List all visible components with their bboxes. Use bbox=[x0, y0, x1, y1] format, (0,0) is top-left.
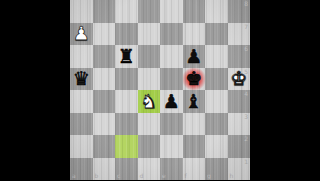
square-f1[interactable]: f bbox=[183, 158, 206, 181]
square-a6[interactable] bbox=[70, 45, 93, 68]
square-g8[interactable] bbox=[205, 0, 228, 23]
rank-label-1: 1 bbox=[244, 159, 248, 165]
square-c8[interactable] bbox=[115, 0, 138, 23]
square-b4[interactable] bbox=[93, 90, 116, 113]
square-f7[interactable] bbox=[183, 23, 206, 46]
square-d8[interactable] bbox=[138, 0, 161, 23]
square-g6[interactable] bbox=[205, 45, 228, 68]
file-label-g: g bbox=[207, 173, 211, 179]
piece-black-king[interactable]: ♚ bbox=[185, 69, 202, 88]
file-label-b: b bbox=[95, 173, 99, 179]
square-f5[interactable]: ♚ bbox=[183, 68, 206, 91]
letterbox-left bbox=[0, 0, 70, 180]
square-g5[interactable] bbox=[205, 68, 228, 91]
file-label-f: f bbox=[185, 173, 187, 179]
file-label-h: h bbox=[230, 173, 234, 179]
square-e5[interactable] bbox=[160, 68, 183, 91]
square-c4[interactable] bbox=[115, 90, 138, 113]
square-b8[interactable] bbox=[93, 0, 116, 23]
square-d3[interactable] bbox=[138, 113, 161, 136]
rank-label-8: 8 bbox=[244, 1, 248, 7]
rank-label-2: 2 bbox=[244, 136, 248, 142]
square-f4[interactable]: ♝ bbox=[183, 90, 206, 113]
square-g3[interactable] bbox=[205, 113, 228, 136]
square-f8[interactable] bbox=[183, 0, 206, 23]
square-c1[interactable]: c bbox=[115, 158, 138, 181]
square-g7[interactable] bbox=[205, 23, 228, 46]
square-g1[interactable]: g bbox=[205, 158, 228, 181]
square-c5[interactable] bbox=[115, 68, 138, 91]
piece-white-knight[interactable]: ♞ bbox=[140, 92, 157, 111]
square-a3[interactable] bbox=[70, 113, 93, 136]
square-h4[interactable]: 4 bbox=[228, 90, 251, 113]
square-b1[interactable]: b bbox=[93, 158, 116, 181]
square-e2[interactable] bbox=[160, 135, 183, 158]
square-h7[interactable]: 7 bbox=[228, 23, 251, 46]
square-g4[interactable] bbox=[205, 90, 228, 113]
piece-black-rook[interactable]: ♜ bbox=[118, 47, 135, 66]
square-b7[interactable] bbox=[93, 23, 116, 46]
square-a7[interactable]: ♟ bbox=[70, 23, 93, 46]
square-e4[interactable]: ♟ bbox=[160, 90, 183, 113]
square-c2[interactable] bbox=[115, 135, 138, 158]
square-d4[interactable]: ♞ bbox=[138, 90, 161, 113]
piece-white-king[interactable]: ♚ bbox=[230, 69, 247, 88]
square-a5[interactable]: ♛ bbox=[70, 68, 93, 91]
square-h8[interactable]: 8 bbox=[228, 0, 251, 23]
square-b6[interactable] bbox=[93, 45, 116, 68]
square-d2[interactable] bbox=[138, 135, 161, 158]
piece-black-queen[interactable]: ♛ bbox=[73, 69, 90, 88]
square-b3[interactable] bbox=[93, 113, 116, 136]
square-g2[interactable] bbox=[205, 135, 228, 158]
square-e1[interactable]: e bbox=[160, 158, 183, 181]
square-a4[interactable] bbox=[70, 90, 93, 113]
square-d6[interactable] bbox=[138, 45, 161, 68]
rank-label-3: 3 bbox=[244, 114, 248, 120]
square-c6[interactable]: ♜ bbox=[115, 45, 138, 68]
square-a2[interactable] bbox=[70, 135, 93, 158]
file-label-a: a bbox=[72, 173, 76, 179]
rank-label-4: 4 bbox=[244, 91, 248, 97]
rank-label-7: 7 bbox=[244, 24, 248, 30]
square-c3[interactable] bbox=[115, 113, 138, 136]
square-d5[interactable] bbox=[138, 68, 161, 91]
file-label-e: e bbox=[162, 173, 166, 179]
square-h6[interactable]: 6 bbox=[228, 45, 251, 68]
square-f3[interactable] bbox=[183, 113, 206, 136]
square-e3[interactable] bbox=[160, 113, 183, 136]
file-label-c: c bbox=[117, 173, 120, 179]
square-b5[interactable] bbox=[93, 68, 116, 91]
square-e8[interactable] bbox=[160, 0, 183, 23]
square-f6[interactable]: ♟ bbox=[183, 45, 206, 68]
piece-black-pawn[interactable]: ♟ bbox=[163, 92, 180, 111]
piece-black-bishop[interactable]: ♝ bbox=[185, 92, 202, 111]
square-h5[interactable]: ♚5 bbox=[228, 68, 251, 91]
square-c7[interactable] bbox=[115, 23, 138, 46]
square-d7[interactable] bbox=[138, 23, 161, 46]
square-h3[interactable]: 3 bbox=[228, 113, 251, 136]
square-b2[interactable] bbox=[93, 135, 116, 158]
square-h2[interactable]: 2 bbox=[228, 135, 251, 158]
square-e6[interactable] bbox=[160, 45, 183, 68]
square-e7[interactable] bbox=[160, 23, 183, 46]
chess-board: 8♟7♜♟6♛♚♚5♞♟♝432abcdefg1h bbox=[70, 0, 250, 180]
piece-white-pawn[interactable]: ♟ bbox=[73, 24, 90, 43]
rank-label-6: 6 bbox=[244, 46, 248, 52]
piece-black-pawn[interactable]: ♟ bbox=[185, 47, 202, 66]
letterbox-right bbox=[250, 0, 320, 180]
square-d1[interactable]: d bbox=[138, 158, 161, 181]
file-label-d: d bbox=[140, 173, 144, 179]
square-a1[interactable]: a bbox=[70, 158, 93, 181]
square-f2[interactable] bbox=[183, 135, 206, 158]
square-a8[interactable] bbox=[70, 0, 93, 23]
square-h1[interactable]: 1h bbox=[228, 158, 251, 181]
